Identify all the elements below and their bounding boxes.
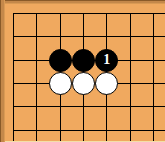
board-intersection-c6r5[interactable]: [130, 106, 153, 129]
black-stone: 1: [95, 49, 118, 72]
board-intersection-c6r2[interactable]: [130, 36, 153, 59]
board-intersection-c5r4[interactable]: [106, 83, 129, 106]
board-intersection-c6r3[interactable]: [130, 60, 153, 83]
board-intersection-c2r1[interactable]: [36, 13, 59, 36]
board-intersection-c4r5[interactable]: [83, 106, 106, 129]
white-stone: [49, 72, 72, 95]
board-intersection-c2r5[interactable]: [36, 106, 59, 129]
white-stone: [72, 72, 95, 95]
board-intersection-c1r5[interactable]: [13, 106, 36, 129]
black-stone: [72, 49, 95, 72]
board-intersection-c7r5[interactable]: [153, 106, 165, 129]
board-frame-left-edge: [0, 0, 5, 142]
board-intersection-c3r1[interactable]: [60, 13, 83, 36]
image-bottom-edge-highlight: [5, 141, 165, 142]
board-intersection-c1r3[interactable]: [13, 60, 36, 83]
board-intersection-c5r1[interactable]: [106, 13, 129, 36]
board-intersection-c6r1[interactable]: [130, 13, 153, 36]
board-frame-top-edge: [0, 0, 165, 4]
board-intersection-c7r3[interactable]: [153, 60, 165, 83]
black-stone: [49, 49, 72, 72]
board-intersection-c3r5[interactable]: [60, 106, 83, 129]
board-intersection-c7r2[interactable]: [153, 36, 165, 59]
go-board-diagram: 1: [0, 0, 165, 142]
board-intersection-c1r2[interactable]: [13, 36, 36, 59]
white-stone: [95, 72, 118, 95]
move-number-label: 1: [103, 53, 110, 68]
go-grid: 1: [13, 13, 165, 142]
board-intersection-c1r1[interactable]: [13, 13, 36, 36]
board-intersection-c7r4[interactable]: [153, 83, 165, 106]
board-intersection-c1r4[interactable]: [13, 83, 36, 106]
board-intersection-c6r4[interactable]: [130, 83, 153, 106]
board-intersection-c7r1[interactable]: [153, 13, 165, 36]
board-intersection-c4r1[interactable]: [83, 13, 106, 36]
board-intersection-c5r5[interactable]: [106, 106, 129, 129]
